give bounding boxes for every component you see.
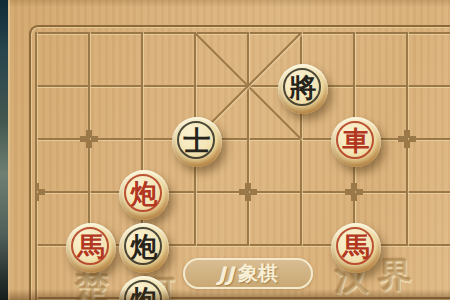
piece-character: 炮 (131, 233, 158, 260)
bottom-edge-shading (0, 289, 450, 300)
piece-character: 馬 (343, 233, 370, 260)
piece-black-士[interactable]: 士 (172, 117, 222, 167)
logo-jj-text: JJ (218, 262, 235, 286)
point-marker (239, 183, 257, 201)
piece-red-炮[interactable]: 炮 (119, 170, 169, 220)
logo-xiangqi-text: 象棋 (238, 260, 278, 287)
piece-character: 馬 (78, 233, 105, 260)
piece-character: 炮 (131, 180, 158, 207)
xiangqi-game-screenshot: 楚河汉界 JJ象棋 將士車炮馬炮馬炮 (0, 0, 450, 300)
board-edge-highlight (8, 0, 10, 300)
point-marker (80, 130, 98, 148)
room-backdrop-strip (0, 0, 8, 300)
piece-red-馬[interactable]: 馬 (331, 223, 381, 273)
piece-character: 車 (343, 127, 370, 154)
piece-character: 士 (184, 127, 211, 154)
xiangqi-board[interactable]: 楚河汉界 JJ象棋 將士車炮馬炮馬炮 (0, 0, 450, 300)
piece-character: 將 (290, 74, 317, 101)
piece-black-炮[interactable]: 炮 (119, 223, 169, 273)
piece-red-馬[interactable]: 馬 (66, 223, 116, 273)
jj-xiangqi-logo: JJ象棋 (183, 258, 313, 289)
piece-red-車[interactable]: 車 (331, 117, 381, 167)
piece-black-將[interactable]: 將 (278, 64, 328, 114)
point-marker (345, 183, 363, 201)
top-edge-shading (0, 0, 450, 7)
point-marker (398, 130, 416, 148)
point-marker (27, 183, 45, 201)
